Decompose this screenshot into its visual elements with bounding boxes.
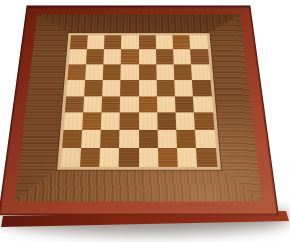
- square-d4[interactable]: [120, 96, 139, 113]
- square-a6[interactable]: [67, 64, 86, 80]
- square-c3[interactable]: [101, 113, 120, 130]
- square-f3[interactable]: [157, 113, 176, 130]
- square-f4[interactable]: [157, 96, 176, 113]
- square-f5[interactable]: [156, 80, 175, 96]
- square-b6[interactable]: [85, 64, 103, 80]
- square-a5[interactable]: [66, 80, 85, 96]
- square-b2[interactable]: [81, 130, 101, 148]
- square-a8[interactable]: [69, 35, 87, 49]
- square-f8[interactable]: [155, 35, 173, 49]
- inlay-border: [57, 33, 221, 169]
- square-h1[interactable]: [196, 148, 217, 167]
- square-e1[interactable]: [139, 148, 159, 167]
- square-a3[interactable]: [63, 113, 83, 130]
- square-c8[interactable]: [104, 35, 122, 49]
- square-g5[interactable]: [174, 80, 193, 96]
- square-e8[interactable]: [139, 35, 156, 49]
- square-b4[interactable]: [83, 96, 102, 113]
- square-c7[interactable]: [103, 49, 121, 64]
- square-h5[interactable]: [192, 80, 211, 96]
- square-g7[interactable]: [173, 49, 191, 64]
- square-f1[interactable]: [158, 148, 178, 167]
- square-g8[interactable]: [172, 35, 190, 49]
- board-surface: [0, 5, 279, 215]
- square-d5[interactable]: [120, 80, 138, 96]
- square-b8[interactable]: [87, 35, 105, 49]
- square-a2[interactable]: [62, 130, 82, 148]
- square-f7[interactable]: [156, 49, 174, 64]
- square-b3[interactable]: [82, 113, 102, 130]
- square-a1[interactable]: [60, 148, 81, 167]
- square-g3[interactable]: [176, 113, 196, 130]
- square-h8[interactable]: [189, 35, 207, 49]
- square-h2[interactable]: [195, 130, 215, 148]
- square-g4[interactable]: [175, 96, 194, 113]
- square-e3[interactable]: [139, 113, 158, 130]
- square-d7[interactable]: [121, 49, 139, 64]
- square-g6[interactable]: [174, 64, 192, 80]
- square-a7[interactable]: [68, 49, 86, 64]
- square-h6[interactable]: [191, 64, 210, 80]
- square-f2[interactable]: [157, 130, 177, 148]
- board-photo: [0, 0, 290, 242]
- board-frame: [0, 5, 279, 215]
- square-d2[interactable]: [119, 130, 138, 148]
- walnut-border: [14, 14, 262, 201]
- square-d6[interactable]: [121, 64, 139, 80]
- square-f6[interactable]: [156, 64, 174, 80]
- chess-board: [60, 35, 217, 166]
- square-h4[interactable]: [193, 96, 213, 113]
- square-d1[interactable]: [119, 148, 139, 167]
- square-c4[interactable]: [101, 96, 120, 113]
- square-b1[interactable]: [80, 148, 100, 167]
- square-d8[interactable]: [121, 35, 138, 49]
- square-c1[interactable]: [99, 148, 119, 167]
- square-b7[interactable]: [86, 49, 104, 64]
- square-g2[interactable]: [176, 130, 196, 148]
- square-e4[interactable]: [139, 96, 158, 113]
- square-b5[interactable]: [84, 80, 103, 96]
- square-d3[interactable]: [120, 113, 139, 130]
- square-h3[interactable]: [194, 113, 214, 130]
- square-e7[interactable]: [139, 49, 157, 64]
- square-e5[interactable]: [139, 80, 157, 96]
- square-a4[interactable]: [64, 96, 84, 113]
- square-h7[interactable]: [190, 49, 208, 64]
- square-e2[interactable]: [139, 130, 158, 148]
- square-e6[interactable]: [139, 64, 157, 80]
- square-c5[interactable]: [102, 80, 121, 96]
- square-g1[interactable]: [177, 148, 197, 167]
- square-c6[interactable]: [103, 64, 121, 80]
- square-c2[interactable]: [100, 130, 120, 148]
